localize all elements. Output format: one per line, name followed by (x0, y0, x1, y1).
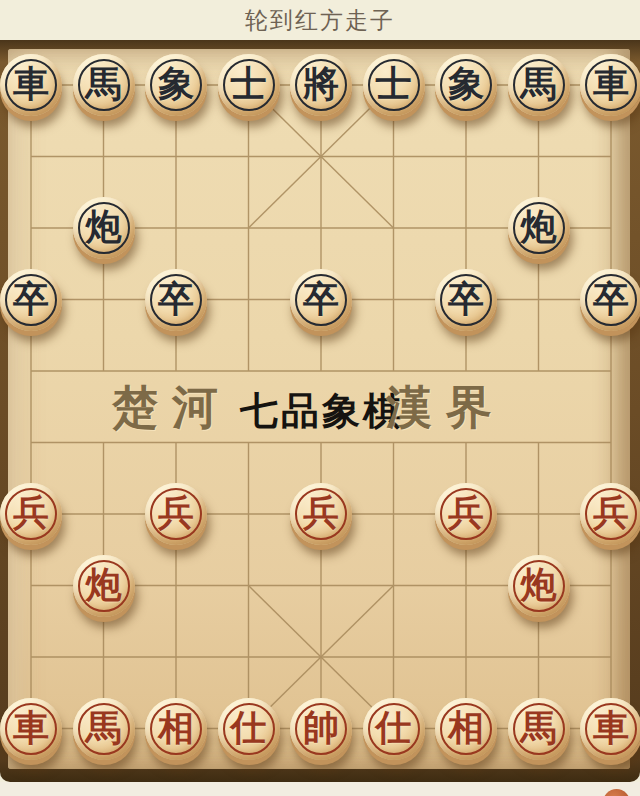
red-piece-馬[interactable]: 馬 (73, 698, 135, 760)
piece-glyph: 仕 (363, 698, 425, 758)
black-piece-卒[interactable]: 卒 (290, 269, 352, 331)
black-piece-將[interactable]: 將 (290, 54, 352, 116)
piece-glyph: 兵 (580, 483, 640, 543)
piece-glyph: 馬 (508, 698, 570, 758)
piece-glyph: 相 (435, 698, 497, 758)
app-screen: 轮到红方走子 (0, 0, 640, 796)
red-piece-兵[interactable]: 兵 (0, 483, 62, 545)
red-piece-兵[interactable]: 兵 (435, 483, 497, 545)
piece-glyph: 車 (580, 698, 640, 758)
piece-glyph: 兵 (0, 483, 62, 543)
avatar-peek (603, 789, 630, 796)
red-piece-相[interactable]: 相 (435, 698, 497, 760)
black-piece-炮[interactable]: 炮 (73, 197, 135, 259)
turn-indicator: 轮到红方走子 (245, 5, 395, 36)
black-piece-卒[interactable]: 卒 (145, 269, 207, 331)
piece-glyph: 兵 (435, 483, 497, 543)
red-piece-炮[interactable]: 炮 (73, 555, 135, 617)
status-bar: 轮到红方走子 (0, 0, 640, 40)
black-piece-馬[interactable]: 馬 (73, 54, 135, 116)
black-piece-炮[interactable]: 炮 (508, 197, 570, 259)
piece-glyph: 卒 (0, 269, 62, 329)
piece-glyph: 兵 (290, 483, 352, 543)
black-piece-車[interactable]: 車 (580, 54, 640, 116)
red-piece-車[interactable]: 車 (0, 698, 62, 760)
red-piece-炮[interactable]: 炮 (508, 555, 570, 617)
piece-glyph: 士 (218, 54, 280, 114)
red-piece-相[interactable]: 相 (145, 698, 207, 760)
piece-glyph: 馬 (73, 54, 135, 114)
piece-glyph: 炮 (73, 197, 135, 257)
piece-glyph: 帥 (290, 698, 352, 758)
piece-glyph: 炮 (508, 197, 570, 257)
app-watermark: 七品象棋 (240, 386, 404, 437)
black-piece-象[interactable]: 象 (435, 54, 497, 116)
red-piece-帥[interactable]: 帥 (290, 698, 352, 760)
piece-glyph: 象 (435, 54, 497, 114)
piece-glyph: 象 (145, 54, 207, 114)
river-label-chu: 楚河 (112, 377, 232, 439)
piece-glyph: 炮 (508, 555, 570, 615)
red-piece-兵[interactable]: 兵 (145, 483, 207, 545)
black-piece-士[interactable]: 士 (218, 54, 280, 116)
piece-glyph: 士 (363, 54, 425, 114)
piece-glyph: 車 (0, 54, 62, 114)
piece-glyph: 兵 (145, 483, 207, 543)
piece-glyph: 炮 (73, 555, 135, 615)
piece-glyph: 相 (145, 698, 207, 758)
piece-glyph: 馬 (73, 698, 135, 758)
black-piece-象[interactable]: 象 (145, 54, 207, 116)
red-piece-兵[interactable]: 兵 (290, 483, 352, 545)
board[interactable]: 楚河 七品象棋 漢界 車馬象士將士象馬車炮炮卒卒卒卒卒兵兵兵兵兵炮炮車馬相仕帥仕… (0, 40, 640, 782)
piece-glyph: 卒 (580, 269, 640, 329)
piece-glyph: 車 (0, 698, 62, 758)
red-piece-車[interactable]: 車 (580, 698, 640, 760)
piece-glyph: 卒 (145, 269, 207, 329)
river-label-han: 漢界 (386, 377, 506, 439)
piece-glyph: 馬 (508, 54, 570, 114)
black-piece-卒[interactable]: 卒 (0, 269, 62, 331)
piece-glyph: 將 (290, 54, 352, 114)
piece-glyph: 卒 (290, 269, 352, 329)
black-piece-士[interactable]: 士 (363, 54, 425, 116)
red-piece-馬[interactable]: 馬 (508, 698, 570, 760)
piece-glyph: 仕 (218, 698, 280, 758)
black-piece-馬[interactable]: 馬 (508, 54, 570, 116)
piece-glyph: 車 (580, 54, 640, 114)
piece-glyph: 卒 (435, 269, 497, 329)
red-piece-仕[interactable]: 仕 (218, 698, 280, 760)
black-piece-車[interactable]: 車 (0, 54, 62, 116)
bottom-panel (0, 782, 640, 796)
black-piece-卒[interactable]: 卒 (580, 269, 640, 331)
black-piece-卒[interactable]: 卒 (435, 269, 497, 331)
red-piece-仕[interactable]: 仕 (363, 698, 425, 760)
red-piece-兵[interactable]: 兵 (580, 483, 640, 545)
